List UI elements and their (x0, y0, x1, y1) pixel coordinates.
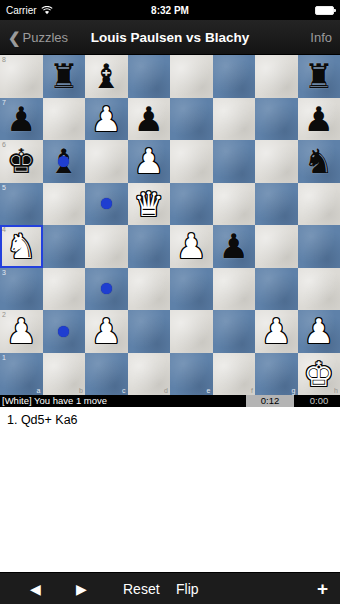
previous-move-button[interactable]: ◀ (30, 581, 41, 597)
game-status-strip: [White] You have 1 move 0:12 0:00 (0, 395, 340, 407)
square-d1[interactable]: d (128, 353, 171, 396)
square-d6[interactable]: ♟ (128, 140, 171, 183)
file-label-g: g (292, 387, 296, 394)
app-window: Carrier 8:32 PM ❮ Puzzles Louis Paulsen … (0, 0, 340, 604)
reset-button[interactable]: Reset (123, 581, 160, 597)
rank-label-4: 4 (2, 226, 6, 233)
square-d7[interactable]: ♟ (128, 98, 171, 141)
legal-move-dot-b2[interactable] (58, 326, 69, 337)
square-g8[interactable] (255, 55, 298, 98)
black-clock: 0:00 (298, 395, 340, 407)
square-b5[interactable] (43, 183, 86, 226)
square-c1[interactable]: c (85, 353, 128, 396)
square-b3[interactable] (43, 268, 86, 311)
black-pawn-d7[interactable]: ♟ (134, 102, 164, 136)
square-h2[interactable]: ♟ (298, 310, 340, 353)
square-b1[interactable]: b (43, 353, 86, 396)
square-d2[interactable] (128, 310, 171, 353)
add-button[interactable]: + (317, 578, 328, 600)
square-e3[interactable] (170, 268, 213, 311)
back-button-label: Puzzles (23, 30, 69, 45)
square-b7[interactable] (43, 98, 86, 141)
clock-time: 8:32 PM (116, 5, 224, 16)
square-e4[interactable]: ♟ (170, 225, 213, 268)
square-h1[interactable]: h♚ (298, 353, 340, 396)
square-d3[interactable] (128, 268, 171, 311)
square-b2[interactable] (43, 310, 86, 353)
square-c5[interactable] (85, 183, 128, 226)
square-a7[interactable]: 7♟ (0, 98, 43, 141)
bottom-toolbar: ◀ ▶ Reset Flip + (0, 572, 340, 604)
rank-label-5: 5 (2, 184, 6, 191)
square-c6[interactable] (85, 140, 128, 183)
square-f7[interactable] (213, 98, 256, 141)
square-a1[interactable]: 1a (0, 353, 43, 396)
info-button[interactable]: Info (258, 30, 332, 45)
square-a4[interactable]: 4♞ (0, 225, 43, 268)
black-rook-h8[interactable]: ♜ (304, 59, 334, 93)
square-h3[interactable] (298, 268, 340, 311)
square-g7[interactable] (255, 98, 298, 141)
square-c4[interactable] (85, 225, 128, 268)
legal-move-dot-c3[interactable] (101, 283, 112, 294)
black-bishop-c8[interactable]: ♝ (91, 59, 121, 93)
square-a3[interactable]: 3 (0, 268, 43, 311)
file-label-h: h (334, 387, 338, 394)
square-b6[interactable]: ♝ (43, 140, 86, 183)
square-c8[interactable]: ♝ (85, 55, 128, 98)
legal-move-dot-b6[interactable] (58, 156, 69, 167)
white-pawn-e4[interactable]: ♟ (176, 229, 206, 263)
square-c3[interactable] (85, 268, 128, 311)
page-title: Louis Paulsen vs Blachy (82, 30, 258, 45)
back-to-puzzles-button[interactable]: ❮ Puzzles (8, 30, 82, 45)
square-a5[interactable]: 5 (0, 183, 43, 226)
square-b8[interactable]: ♜ (43, 55, 86, 98)
file-label-b: b (79, 387, 83, 394)
white-queen-d5[interactable]: ♛ (134, 187, 164, 221)
square-a6[interactable]: 6♚ (0, 140, 43, 183)
black-pawn-a7[interactable]: ♟ (6, 102, 36, 136)
white-clock: 0:12 (246, 395, 294, 407)
white-pawn-a2[interactable]: ♟ (6, 314, 36, 348)
rank-label-7: 7 (2, 99, 6, 106)
move-text: 1. Qd5+ Ka6 (7, 413, 78, 427)
square-c7[interactable]: ♟ (85, 98, 128, 141)
white-pawn-c2[interactable]: ♟ (91, 314, 121, 348)
black-knight-h6[interactable]: ♞ (304, 144, 334, 178)
rank-label-3: 3 (2, 269, 6, 276)
file-label-f: f (251, 387, 253, 394)
wifi-icon (41, 6, 53, 15)
square-f2[interactable] (213, 310, 256, 353)
white-knight-a4[interactable]: ♞ (6, 229, 36, 263)
white-pawn-d6[interactable]: ♟ (134, 144, 164, 178)
white-pawn-h2[interactable]: ♟ (304, 314, 334, 348)
square-a2[interactable]: 2♟ (0, 310, 43, 353)
battery-icon (315, 6, 334, 15)
file-label-c: c (122, 387, 126, 394)
turn-message: [White] You have 1 move (0, 395, 246, 407)
black-rook-b8[interactable]: ♜ (49, 59, 79, 93)
square-g4[interactable] (255, 225, 298, 268)
file-label-e: e (207, 387, 211, 394)
white-king-h1[interactable]: ♚ (304, 357, 334, 391)
square-a8[interactable]: 8 (0, 55, 43, 98)
back-chevron-icon: ❮ (8, 30, 21, 45)
square-g6[interactable] (255, 140, 298, 183)
square-b4[interactable] (43, 225, 86, 268)
square-h6[interactable]: ♞ (298, 140, 340, 183)
square-d5[interactable]: ♛ (128, 183, 171, 226)
rank-label-6: 6 (2, 141, 6, 148)
carrier-label: Carrier (6, 5, 37, 16)
square-d8[interactable] (128, 55, 171, 98)
square-e6[interactable] (170, 140, 213, 183)
move-list: 1. Qd5+ Ka6 (0, 407, 340, 572)
rank-label-8: 8 (2, 56, 6, 63)
square-g2[interactable]: ♟ (255, 310, 298, 353)
white-pawn-g2[interactable]: ♟ (261, 314, 291, 348)
square-e7[interactable] (170, 98, 213, 141)
square-f1[interactable]: f (213, 353, 256, 396)
black-pawn-f4[interactable]: ♟ (219, 229, 249, 263)
square-d4[interactable] (128, 225, 171, 268)
square-g3[interactable] (255, 268, 298, 311)
file-label-d: d (164, 387, 168, 394)
white-pawn-c7[interactable]: ♟ (91, 102, 121, 136)
status-bar: Carrier 8:32 PM (0, 0, 340, 20)
square-h5[interactable] (298, 183, 340, 226)
square-f8[interactable] (213, 55, 256, 98)
square-e5[interactable] (170, 183, 213, 226)
legal-move-dot-c5[interactable] (101, 198, 112, 209)
flip-board-button[interactable]: Flip (176, 581, 199, 597)
square-h4[interactable] (298, 225, 340, 268)
black-king-a6[interactable]: ♚ (6, 144, 36, 178)
square-f3[interactable] (213, 268, 256, 311)
square-f6[interactable] (213, 140, 256, 183)
square-f5[interactable] (213, 183, 256, 226)
square-e2[interactable] (170, 310, 213, 353)
square-g5[interactable] (255, 183, 298, 226)
navigation-bar: ❮ Puzzles Louis Paulsen vs Blachy Info (0, 20, 340, 55)
square-h7[interactable]: ♟ (298, 98, 340, 141)
square-c2[interactable]: ♟ (85, 310, 128, 353)
square-g1[interactable]: g (255, 353, 298, 396)
square-f4[interactable]: ♟ (213, 225, 256, 268)
black-pawn-h7[interactable]: ♟ (304, 102, 334, 136)
next-move-button[interactable]: ▶ (76, 581, 87, 597)
rank-label-1: 1 (2, 354, 6, 361)
square-h8[interactable]: ♜ (298, 55, 340, 98)
chess-board: 8♜♝♜7♟♟♟♟6♚♝♟♞5♛4♞♟♟32♟♟♟♟1abcdefgh♚ (0, 55, 340, 395)
file-label-a: a (37, 387, 41, 394)
square-e1[interactable]: e (170, 353, 213, 396)
square-e8[interactable] (170, 55, 213, 98)
rank-label-2: 2 (2, 311, 6, 318)
